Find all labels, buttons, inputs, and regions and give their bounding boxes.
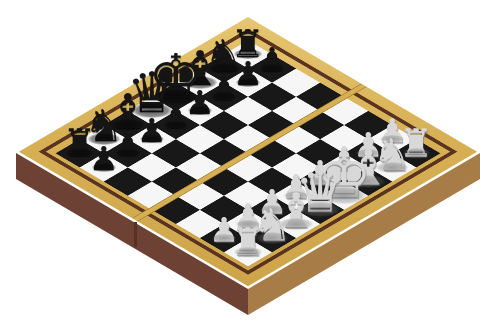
black-pawn[interactable]: ♟ — [64, 142, 144, 175]
piece-shadow — [92, 163, 116, 172]
hinge-seam-side — [134, 222, 137, 247]
chess-scene: ♜♞♟♝♟♚♟♛♟♝♟♞♟♟♜♟♟♜♟♟♞♟♝♟♚♟♛♟♝♟♞♜ — [0, 0, 480, 320]
piece-shadow — [234, 247, 261, 257]
white-rook[interactable]: ♜ — [208, 223, 288, 261]
